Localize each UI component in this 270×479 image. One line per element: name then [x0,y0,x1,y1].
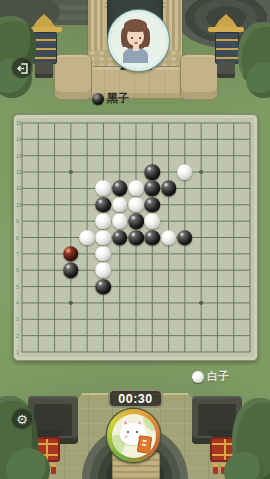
stone-white [79,230,95,246]
board-row-label: 13 [16,153,22,158]
board-row-label: 5 [16,284,19,289]
cat-eye [127,431,130,434]
timer-value: 00:30 [118,392,152,406]
board-row-label: 8 [16,235,19,240]
stone-black [63,262,79,278]
board-row-label: 14 [16,137,22,142]
back-button[interactable] [11,57,33,79]
stone-white [112,213,128,229]
avatar-eye [139,37,141,39]
stone-black [112,230,128,246]
cat-eye [136,431,139,434]
settings-button[interactable]: ⚙ [11,408,33,430]
game-screen: 黑子 151413121110987654321 白子 [0,0,270,479]
back-icon [16,62,29,75]
stone-white [145,213,161,229]
stone-black [145,164,161,180]
avatar-background [112,414,156,458]
stone-white [177,164,193,180]
avatar-eye [131,37,133,39]
top-player-label: 黑子 [92,91,129,106]
stone-white [128,197,144,213]
board-row-label: 12 [16,170,22,175]
lantern-tassel [213,463,218,474]
board-row-label: 11 [16,186,21,191]
lantern-body [33,32,57,64]
black-stone-icon [92,93,104,105]
board-row-label: 10 [16,202,22,207]
board[interactable]: 151413121110987654321 [13,114,258,361]
lantern-tassel [51,463,56,474]
stone-black [128,213,144,229]
stone-black [145,197,161,213]
stone-white [128,181,144,197]
lantern-body [215,32,239,64]
lantern-base [35,62,53,78]
board-row-label: 1 [16,350,19,355]
board-row-label: 3 [16,317,19,322]
stone-white [112,197,128,213]
board-row-label: 7 [16,251,19,256]
stone-black [145,230,161,246]
stone-black [128,230,144,246]
bottom-player-side-text: 白子 [207,369,229,384]
lantern-cap [32,14,56,28]
avatar-mouth [134,42,138,44]
board-grid[interactable]: 151413121110987654321 [22,123,250,352]
player-avatar [107,409,160,462]
stone-white [96,213,112,229]
board-row-label: 2 [16,333,19,338]
stone-black [145,181,161,197]
stone-white [161,230,177,246]
stone-white [96,262,112,278]
stone-black [96,279,112,295]
lantern-cap [214,14,238,28]
board-row-label: 6 [16,268,19,273]
board-row-label: 4 [16,300,19,305]
cat-scroll [136,435,151,454]
gear-icon: ⚙ [16,413,28,426]
board-row-label: 9 [16,219,19,224]
stone-black [112,181,128,197]
stone-black-last-move [63,246,79,262]
stone-black [177,230,193,246]
lantern-base [217,62,235,78]
opponent-avatar [108,10,169,71]
avatar-fringe [124,19,147,32]
white-stone-icon [192,371,204,383]
bottom-player-label: 白子 [192,369,229,384]
stone-white [96,246,112,262]
move-timer: 00:30 [108,389,163,408]
bush-top-right-small [246,62,270,98]
top-player-side-text: 黑子 [107,91,129,106]
stone-black [161,181,177,197]
stone-black [96,197,112,213]
stone-white [96,181,112,197]
stone-white [96,230,112,246]
board-row-label: 15 [16,121,22,126]
cat-blush [124,436,128,439]
